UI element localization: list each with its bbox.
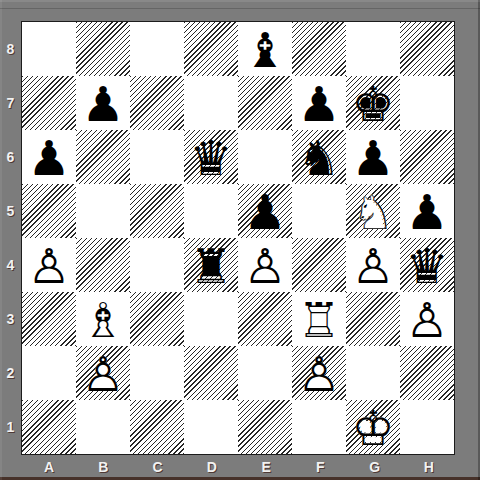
piece-outline-layer: ♘︎ — [346, 184, 400, 238]
rank-label: 8 — [0, 22, 21, 76]
board-square[interactable]: ♞︎♘︎ — [346, 184, 400, 238]
piece-black-pawn[interactable]: ♟︎ — [292, 76, 346, 130]
piece-outline-layer: ♖︎ — [292, 292, 346, 346]
rank-label: 4 — [0, 238, 21, 292]
board-square[interactable]: ♟︎♙︎ — [76, 346, 130, 400]
chess-board: ♝︎♟︎♟︎♚︎♟︎♛︎♞︎♟︎♟︎♞︎♘︎♟︎♟︎♙︎♜︎♟︎♙︎♟︎♙︎♛︎… — [21, 21, 455, 455]
piece-solid-layer: ♟︎ — [292, 76, 346, 130]
piece-solid-layer: ♛︎ — [400, 238, 454, 292]
board-square[interactable] — [184, 76, 238, 130]
piece-white-pawn[interactable]: ♟︎♙︎ — [292, 346, 346, 400]
piece-black-rook[interactable]: ♜︎ — [184, 238, 238, 292]
rank-label: 7 — [0, 76, 21, 130]
board-square[interactable]: ♛︎ — [184, 130, 238, 184]
board-square[interactable] — [22, 346, 76, 400]
file-label: C — [131, 456, 185, 478]
piece-outline-layer: ♙︎ — [292, 346, 346, 400]
piece-outline-layer: ♙︎ — [22, 238, 76, 292]
board-square[interactable] — [400, 346, 454, 400]
rank-label: 3 — [0, 292, 21, 346]
board-square[interactable]: ♟︎♙︎ — [292, 346, 346, 400]
board-square[interactable] — [184, 22, 238, 76]
board-square[interactable]: ♚︎ — [346, 76, 400, 130]
piece-white-pawn[interactable]: ♟︎♙︎ — [346, 238, 400, 292]
board-square[interactable] — [184, 184, 238, 238]
board-square[interactable] — [238, 346, 292, 400]
piece-white-pawn[interactable]: ♟︎♙︎ — [76, 346, 130, 400]
board-square[interactable]: ♟︎♙︎ — [22, 238, 76, 292]
piece-black-knight[interactable]: ♞︎ — [292, 130, 346, 184]
rank-label: 6 — [0, 130, 21, 184]
board-square[interactable] — [22, 22, 76, 76]
piece-solid-layer: ♟︎ — [22, 130, 76, 184]
board-square[interactable] — [76, 130, 130, 184]
board-square[interactable] — [22, 400, 76, 454]
board-square[interactable]: ♚︎♔︎ — [346, 400, 400, 454]
board-square[interactable] — [130, 292, 184, 346]
board-square[interactable] — [346, 22, 400, 76]
board-square[interactable] — [292, 238, 346, 292]
board-square[interactable] — [130, 76, 184, 130]
piece-white-king[interactable]: ♚︎♔︎ — [346, 400, 400, 454]
piece-white-pawn[interactable]: ♟︎♙︎ — [22, 238, 76, 292]
rank-labels: 8 7 6 5 4 3 2 1 — [0, 22, 21, 454]
piece-solid-layer: ♝︎ — [238, 22, 292, 76]
board-square[interactable] — [400, 400, 454, 454]
piece-black-bishop[interactable]: ♝︎ — [238, 22, 292, 76]
board-square[interactable] — [76, 22, 130, 76]
file-label: B — [76, 456, 130, 478]
piece-black-king[interactable]: ♚︎ — [346, 76, 400, 130]
piece-solid-layer: ♞︎ — [292, 130, 346, 184]
board-square[interactable]: ♝︎♗︎ — [76, 292, 130, 346]
board-square[interactable] — [238, 76, 292, 130]
piece-outline-layer: ♙︎ — [346, 238, 400, 292]
board-square[interactable] — [22, 292, 76, 346]
file-label: F — [293, 456, 347, 478]
board-square[interactable]: ♟︎ — [238, 184, 292, 238]
file-label: G — [348, 456, 402, 478]
board-square[interactable] — [130, 238, 184, 292]
board-square[interactable]: ♜︎ — [184, 238, 238, 292]
piece-white-rook[interactable]: ♜︎♖︎ — [292, 292, 346, 346]
board-square[interactable] — [292, 400, 346, 454]
board-square[interactable] — [76, 238, 130, 292]
board-square[interactable] — [130, 400, 184, 454]
board-square[interactable] — [292, 22, 346, 76]
board-square[interactable]: ♟︎ — [76, 76, 130, 130]
piece-solid-layer: ♛︎ — [184, 130, 238, 184]
board-square[interactable]: ♟︎ — [346, 130, 400, 184]
board-square[interactable] — [238, 292, 292, 346]
piece-black-pawn[interactable]: ♟︎ — [400, 184, 454, 238]
board-square[interactable] — [184, 400, 238, 454]
piece-outline-layer: ♗︎ — [76, 292, 130, 346]
piece-solid-layer: ♚︎ — [346, 76, 400, 130]
rank-label: 5 — [0, 184, 21, 238]
piece-solid-layer: ♟︎ — [346, 130, 400, 184]
board-square[interactable]: ♟︎ — [22, 130, 76, 184]
piece-black-pawn[interactable]: ♟︎ — [76, 76, 130, 130]
file-label: H — [402, 456, 456, 478]
board-square[interactable]: ♛︎ — [400, 238, 454, 292]
piece-black-pawn[interactable]: ♟︎ — [346, 130, 400, 184]
piece-black-queen[interactable]: ♛︎ — [184, 130, 238, 184]
board-square[interactable] — [346, 292, 400, 346]
board-square[interactable] — [184, 292, 238, 346]
board-square[interactable] — [130, 130, 184, 184]
board-square[interactable]: ♜︎♖︎ — [292, 292, 346, 346]
piece-black-pawn[interactable]: ♟︎ — [22, 130, 76, 184]
file-label: E — [239, 456, 293, 478]
piece-black-queen[interactable]: ♛︎ — [400, 238, 454, 292]
piece-black-pawn[interactable]: ♟︎ — [238, 184, 292, 238]
board-square[interactable] — [22, 76, 76, 130]
board-square[interactable] — [22, 184, 76, 238]
piece-solid-layer: ♟︎ — [400, 184, 454, 238]
board-square[interactable] — [130, 346, 184, 400]
board-square[interactable] — [400, 76, 454, 130]
piece-outline-layer: ♙︎ — [400, 292, 454, 346]
chess-diagram: 8 7 6 5 4 3 2 1 ♝︎♟︎♟︎♚︎♟︎♛︎♞︎♟︎♟︎♞︎♘︎♟︎… — [0, 0, 480, 480]
piece-white-pawn[interactable]: ♟︎♙︎ — [238, 238, 292, 292]
board-square[interactable] — [238, 400, 292, 454]
board-square[interactable]: ♟︎ — [292, 76, 346, 130]
rank-label: 1 — [0, 400, 21, 454]
piece-solid-layer: ♟︎ — [76, 76, 130, 130]
piece-white-knight[interactable]: ♞︎♘︎ — [346, 184, 400, 238]
board-square[interactable]: ♟︎ — [400, 184, 454, 238]
board-square[interactable] — [184, 346, 238, 400]
board-square[interactable]: ♟︎♙︎ — [400, 292, 454, 346]
board-square[interactable] — [76, 400, 130, 454]
piece-outline-layer: ♙︎ — [238, 238, 292, 292]
file-label: D — [185, 456, 239, 478]
piece-solid-layer: ♟︎ — [238, 184, 292, 238]
board-square[interactable]: ♝︎ — [238, 22, 292, 76]
piece-white-pawn[interactable]: ♟︎♙︎ — [400, 292, 454, 346]
piece-solid-layer: ♜︎ — [184, 238, 238, 292]
piece-outline-layer: ♔︎ — [346, 400, 400, 454]
file-label: A — [22, 456, 76, 478]
board-square[interactable] — [346, 346, 400, 400]
board-square[interactable] — [130, 22, 184, 76]
board-square[interactable]: ♟︎♙︎ — [346, 238, 400, 292]
file-labels: A B C D E F G H — [22, 456, 456, 478]
board-square[interactable] — [400, 130, 454, 184]
board-square[interactable] — [76, 184, 130, 238]
rank-label: 2 — [0, 346, 21, 400]
piece-white-bishop[interactable]: ♝︎♗︎ — [76, 292, 130, 346]
board-square[interactable] — [400, 22, 454, 76]
board-square[interactable]: ♟︎♙︎ — [238, 238, 292, 292]
board-square[interactable] — [238, 130, 292, 184]
board-square[interactable] — [130, 184, 184, 238]
board-square[interactable]: ♞︎ — [292, 130, 346, 184]
piece-outline-layer: ♙︎ — [76, 346, 130, 400]
board-square[interactable] — [292, 184, 346, 238]
